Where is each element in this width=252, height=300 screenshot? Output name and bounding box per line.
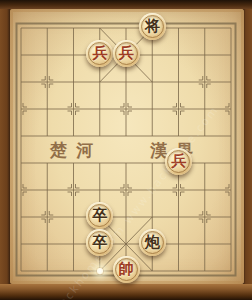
piece-red-general[interactable]: 帥: [113, 256, 140, 283]
piece-glyph: 卒: [92, 202, 107, 229]
piece-glyph: 卒: [92, 229, 107, 256]
piece-black-soldier[interactable]: 卒: [86, 229, 113, 256]
wood-frame-bottom: [0, 284, 252, 300]
piece-red-soldier[interactable]: 兵: [165, 148, 192, 175]
piece-glyph: 帥: [119, 256, 134, 283]
piece-glyph: 兵: [171, 148, 186, 175]
wood-frame-left: [0, 9, 10, 284]
move-hint-dot: [96, 267, 104, 275]
piece-black-soldier[interactable]: 卒: [86, 202, 113, 229]
piece-glyph: 兵: [119, 40, 134, 67]
piece-red-soldier[interactable]: 兵: [113, 40, 140, 67]
wood-frame-right: [243, 9, 252, 284]
piece-black-general[interactable]: 将: [139, 13, 166, 40]
piece-red-soldier[interactable]: 兵: [86, 40, 113, 67]
screenshot-stage: 楚河 漢界 将兵兵兵卒卒炮帥 www.hackhome.com www.hack…: [0, 0, 252, 300]
wood-frame-top: [0, 0, 252, 9]
piece-glyph: 炮: [145, 229, 160, 256]
piece-glyph: 将: [145, 13, 160, 40]
river-label-chuhe: 楚河: [50, 141, 102, 159]
piece-black-cannon[interactable]: 炮: [139, 229, 166, 256]
piece-glyph: 兵: [92, 40, 107, 67]
